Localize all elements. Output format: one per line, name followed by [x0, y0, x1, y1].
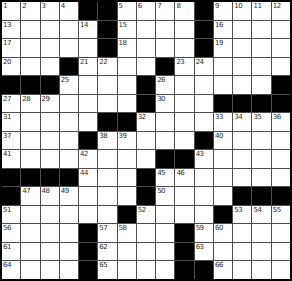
- cell-r3c12[interactable]: 19: [214, 39, 232, 57]
- cell-r2c2[interactable]: [21, 21, 39, 39]
- cell-r2c10[interactable]: [175, 21, 193, 39]
- clue-number: 23: [176, 58, 184, 66]
- clue-number: 28: [22, 95, 30, 103]
- black-cell-r3c11: [195, 39, 213, 57]
- cell-r14c8[interactable]: [137, 243, 155, 261]
- cell-r11c7[interactable]: [118, 187, 136, 205]
- clue-number: 21: [80, 58, 88, 66]
- cell-r7c8[interactable]: 32: [137, 113, 155, 131]
- clue-number: 2: [22, 2, 26, 10]
- clue-number: 9: [215, 2, 219, 10]
- cell-r13c3[interactable]: [41, 224, 59, 242]
- cell-r7c14[interactable]: 35: [252, 113, 270, 131]
- cell-r15c14[interactable]: [252, 261, 270, 279]
- cell-r15c1[interactable]: 64: [2, 261, 20, 279]
- cell-r5c7[interactable]: [118, 76, 136, 94]
- cell-r10c14[interactable]: [252, 169, 270, 187]
- clue-number: 30: [157, 95, 165, 103]
- cell-r12c11[interactable]: [195, 206, 213, 224]
- cell-r6c5[interactable]: [79, 95, 97, 113]
- black-cell-r6c12: [214, 95, 232, 113]
- cell-r14c7[interactable]: [118, 243, 136, 261]
- cell-r12c3[interactable]: [41, 206, 59, 224]
- black-cell-r7c6: [98, 113, 116, 131]
- black-cell-r13c10: [175, 224, 193, 242]
- clue-number: 35: [253, 113, 261, 121]
- cell-r14c9[interactable]: [156, 243, 174, 261]
- cell-r3c4[interactable]: [60, 39, 78, 57]
- cell-r15c9[interactable]: [156, 261, 174, 279]
- cell-r9c15[interactable]: [272, 150, 290, 168]
- clue-number: 60: [215, 224, 223, 232]
- cell-r11c11[interactable]: [195, 187, 213, 205]
- cell-r1c3[interactable]: 3: [41, 2, 59, 20]
- cell-r12c5[interactable]: [79, 206, 97, 224]
- clue-number: 14: [80, 21, 88, 29]
- black-cell-r9c9: [156, 150, 174, 168]
- cell-r4c6[interactable]: 22: [98, 58, 116, 76]
- cell-r6c10[interactable]: [175, 95, 193, 113]
- clue-number: 48: [42, 187, 50, 195]
- cell-r4c3[interactable]: [41, 58, 59, 76]
- cell-r12c4[interactable]: [60, 206, 78, 224]
- clue-number: 52: [138, 206, 146, 214]
- cell-r1c9[interactable]: 7: [156, 2, 174, 20]
- clue-number: 7: [157, 2, 161, 10]
- clue-number: 17: [3, 39, 11, 47]
- cell-r8c15[interactable]: [272, 132, 290, 150]
- clue-number: 16: [215, 21, 223, 29]
- black-cell-r5c2: [21, 76, 39, 94]
- cell-r2c8[interactable]: [137, 21, 155, 39]
- cell-r15c15[interactable]: [272, 261, 290, 279]
- cell-r9c6[interactable]: [98, 150, 116, 168]
- black-cell-r8c11: [195, 132, 213, 150]
- cell-r9c14[interactable]: [252, 150, 270, 168]
- clue-number: 22: [99, 58, 107, 66]
- clue-number: 62: [99, 243, 107, 251]
- cell-r3c1[interactable]: 17: [2, 39, 20, 57]
- cell-r8c10[interactable]: [175, 132, 193, 150]
- clue-number: 40: [215, 132, 223, 140]
- cell-r11c12[interactable]: [214, 187, 232, 205]
- cell-r15c2[interactable]: [21, 261, 39, 279]
- cell-r13c6[interactable]: 57: [98, 224, 116, 242]
- cell-r14c14[interactable]: [252, 243, 270, 261]
- cell-r10c11[interactable]: [195, 169, 213, 187]
- cell-r4c8[interactable]: [137, 58, 155, 76]
- cell-r8c12[interactable]: 40: [214, 132, 232, 150]
- cell-r1c10[interactable]: 8: [175, 2, 193, 20]
- cell-r7c12[interactable]: 33: [214, 113, 232, 131]
- cell-r14c1[interactable]: 61: [2, 243, 20, 261]
- cell-r13c4[interactable]: [60, 224, 78, 242]
- cell-r8c13[interactable]: [233, 132, 251, 150]
- cell-r5c14[interactable]: [252, 76, 270, 94]
- clue-number: 5: [119, 2, 123, 10]
- black-cell-r11c15: [272, 187, 290, 205]
- cell-r15c7[interactable]: [118, 261, 136, 279]
- cell-r9c13[interactable]: [233, 150, 251, 168]
- cell-r4c10[interactable]: 23: [175, 58, 193, 76]
- cell-r1c14[interactable]: 11: [252, 2, 270, 20]
- cell-r3c2[interactable]: [21, 39, 39, 57]
- cell-r13c7[interactable]: 58: [118, 224, 136, 242]
- cell-r2c5[interactable]: 14: [79, 21, 97, 39]
- cell-r6c7[interactable]: [118, 95, 136, 113]
- clue-number: 46: [176, 169, 184, 177]
- cell-r8c8[interactable]: [137, 132, 155, 150]
- cell-r2c12[interactable]: 16: [214, 21, 232, 39]
- cell-r2c14[interactable]: [252, 21, 270, 39]
- clue-number: 38: [99, 132, 107, 140]
- cell-r8c1[interactable]: 37: [2, 132, 20, 150]
- clue-number: 3: [42, 2, 46, 10]
- cell-r3c9[interactable]: [156, 39, 174, 57]
- clue-number: 57: [99, 224, 107, 232]
- cell-r1c8[interactable]: 6: [137, 2, 155, 20]
- clue-number: 4: [61, 2, 65, 10]
- cell-r5c6[interactable]: [98, 76, 116, 94]
- black-cell-r10c3: [41, 169, 59, 187]
- clue-number: 8: [176, 2, 180, 10]
- cell-r5c9[interactable]: 26: [156, 76, 174, 94]
- cell-r13c2[interactable]: [21, 224, 39, 242]
- cell-r8c9[interactable]: [156, 132, 174, 150]
- cell-r10c12[interactable]: [214, 169, 232, 187]
- cell-r2c9[interactable]: [156, 21, 174, 39]
- cell-r5c5[interactable]: [79, 76, 97, 94]
- cell-r4c15[interactable]: [272, 58, 290, 76]
- clue-number: 66: [215, 261, 223, 269]
- cell-r5c13[interactable]: [233, 76, 251, 94]
- black-cell-r5c3: [41, 76, 59, 94]
- black-cell-r15c5: [79, 261, 97, 279]
- cell-r13c14[interactable]: [252, 224, 270, 242]
- cell-r4c5[interactable]: 21: [79, 58, 97, 76]
- cell-r12c6[interactable]: [98, 206, 116, 224]
- cell-r7c15[interactable]: 36: [272, 113, 290, 131]
- clue-number: 39: [119, 132, 127, 140]
- cell-r13c12[interactable]: 60: [214, 224, 232, 242]
- black-cell-r6c14: [252, 95, 270, 113]
- cell-r10c9[interactable]: 45: [156, 169, 174, 187]
- cell-r4c11[interactable]: 24: [195, 58, 213, 76]
- cell-r3c14[interactable]: [252, 39, 270, 57]
- cell-r4c12[interactable]: [214, 58, 232, 76]
- cell-r10c15[interactable]: [272, 169, 290, 187]
- cell-r6c11[interactable]: [195, 95, 213, 113]
- cell-r14c13[interactable]: [233, 243, 251, 261]
- cell-r12c8[interactable]: 52: [137, 206, 155, 224]
- clue-number: 33: [215, 113, 223, 121]
- black-cell-r4c4: [60, 58, 78, 76]
- black-cell-r1c6: [98, 2, 116, 20]
- cell-r11c4[interactable]: 49: [60, 187, 78, 205]
- cell-r15c3[interactable]: [41, 261, 59, 279]
- clue-number: 10: [234, 2, 242, 10]
- clue-number: 27: [3, 95, 11, 103]
- clue-number: 42: [80, 150, 88, 158]
- cell-r1c1[interactable]: 1: [2, 2, 20, 20]
- black-cell-r13c5: [79, 224, 97, 242]
- cell-r7c5[interactable]: [79, 113, 97, 131]
- cell-r8c4[interactable]: [60, 132, 78, 150]
- cell-r14c12[interactable]: [214, 243, 232, 261]
- cell-r9c2[interactable]: [21, 150, 39, 168]
- black-cell-r11c13: [233, 187, 251, 205]
- clue-number: 34: [234, 113, 242, 121]
- cell-r5c11[interactable]: [195, 76, 213, 94]
- cell-r8c6[interactable]: 38: [98, 132, 116, 150]
- cell-r2c4[interactable]: [60, 21, 78, 39]
- cell-r3c10[interactable]: [175, 39, 193, 57]
- cell-r2c13[interactable]: [233, 21, 251, 39]
- cell-r12c1[interactable]: 51: [2, 206, 20, 224]
- black-cell-r14c5: [79, 243, 97, 261]
- cell-r7c3[interactable]: [41, 113, 59, 131]
- cell-r13c8[interactable]: [137, 224, 155, 242]
- clue-number: 19: [215, 39, 223, 47]
- cell-r15c12[interactable]: 66: [214, 261, 232, 279]
- cell-r5c4[interactable]: 25: [60, 76, 78, 94]
- black-cell-r5c1: [2, 76, 20, 94]
- cell-r3c8[interactable]: [137, 39, 155, 57]
- black-cell-r10c2: [21, 169, 39, 187]
- clue-number: 43: [196, 150, 204, 158]
- clue-number: 32: [138, 113, 146, 121]
- cell-r2c15[interactable]: [272, 21, 290, 39]
- cell-r5c12[interactable]: [214, 76, 232, 94]
- clue-number: 53: [234, 206, 242, 214]
- cell-r3c5[interactable]: [79, 39, 97, 57]
- clue-number: 24: [196, 58, 204, 66]
- black-cell-r12c7: [118, 206, 136, 224]
- cell-r6c4[interactable]: [60, 95, 78, 113]
- black-cell-r6c13: [233, 95, 251, 113]
- cell-r4c7[interactable]: [118, 58, 136, 76]
- cell-r14c2[interactable]: [21, 243, 39, 261]
- clue-number: 61: [3, 243, 11, 251]
- black-cell-r5c8: [137, 76, 155, 94]
- cell-r7c2[interactable]: [21, 113, 39, 131]
- cell-r10c5[interactable]: 44: [79, 169, 97, 187]
- cell-r11c2[interactable]: 47: [21, 187, 39, 205]
- cell-r9c8[interactable]: [137, 150, 155, 168]
- cell-r9c4[interactable]: [60, 150, 78, 168]
- clue-number: 59: [196, 224, 204, 232]
- cell-r4c2[interactable]: [21, 58, 39, 76]
- clue-number: 47: [22, 187, 30, 195]
- cell-r9c1[interactable]: 41: [2, 150, 20, 168]
- cell-r8c14[interactable]: [252, 132, 270, 150]
- cell-r14c11[interactable]: 63: [195, 243, 213, 261]
- cell-r14c3[interactable]: [41, 243, 59, 261]
- cell-r12c15[interactable]: 55: [272, 206, 290, 224]
- cell-r12c2[interactable]: [21, 206, 39, 224]
- cell-r9c3[interactable]: [41, 150, 59, 168]
- clue-number: 56: [3, 224, 11, 232]
- cell-r3c7[interactable]: 18: [118, 39, 136, 57]
- cell-r4c13[interactable]: [233, 58, 251, 76]
- cell-r1c4[interactable]: 4: [60, 2, 78, 20]
- cell-r7c13[interactable]: 34: [233, 113, 251, 131]
- cell-r9c12[interactable]: [214, 150, 232, 168]
- clue-number: 37: [3, 132, 11, 140]
- black-cell-r8c5: [79, 132, 97, 150]
- cell-r13c15[interactable]: [272, 224, 290, 242]
- cell-r11c3[interactable]: 48: [41, 187, 59, 205]
- cell-r11c5[interactable]: [79, 187, 97, 205]
- clue-number: 36: [273, 113, 281, 121]
- cell-r7c10[interactable]: [175, 113, 193, 131]
- cell-r14c4[interactable]: [60, 243, 78, 261]
- black-cell-r1c5: [79, 2, 97, 20]
- clue-number: 1: [3, 2, 7, 10]
- cell-r1c12[interactable]: 9: [214, 2, 232, 20]
- cell-r1c15[interactable]: 12: [272, 2, 290, 20]
- clue-number: 58: [119, 224, 127, 232]
- black-cell-r10c4: [60, 169, 78, 187]
- cell-r6c1[interactable]: 27: [2, 95, 20, 113]
- cell-r15c4[interactable]: [60, 261, 78, 279]
- clue-number: 31: [3, 113, 11, 121]
- cell-r4c14[interactable]: [252, 58, 270, 76]
- clue-number: 51: [3, 206, 11, 214]
- black-cell-r15c10: [175, 261, 193, 279]
- black-cell-r14c10: [175, 243, 193, 261]
- cell-r9c11[interactable]: 43: [195, 150, 213, 168]
- black-cell-r11c8: [137, 187, 155, 205]
- clue-number: 55: [273, 206, 281, 214]
- cell-r14c15[interactable]: [272, 243, 290, 261]
- black-cell-r4c9: [156, 58, 174, 76]
- clue-number: 29: [42, 95, 50, 103]
- cell-r3c15[interactable]: [272, 39, 290, 57]
- clue-number: 65: [99, 261, 107, 269]
- cell-r13c1[interactable]: 56: [2, 224, 20, 242]
- cell-r5c10[interactable]: [175, 76, 193, 94]
- clue-number: 63: [196, 243, 204, 251]
- cell-r12c14[interactable]: 54: [252, 206, 270, 224]
- black-cell-r15c11: [195, 261, 213, 279]
- clue-number: 49: [61, 187, 69, 195]
- black-cell-r1c11: [195, 2, 213, 20]
- cell-r7c9[interactable]: [156, 113, 174, 131]
- cell-r6c2[interactable]: 28: [21, 95, 39, 113]
- black-cell-r5c15: [272, 76, 290, 94]
- clue-number: 44: [80, 169, 88, 177]
- clue-number: 15: [119, 21, 127, 29]
- cell-r9c7[interactable]: [118, 150, 136, 168]
- cell-r3c3[interactable]: [41, 39, 59, 57]
- black-cell-r6c8: [137, 95, 155, 113]
- clue-number: 18: [119, 39, 127, 47]
- cell-r1c7[interactable]: 5: [118, 2, 136, 20]
- cell-r14c6[interactable]: 62: [98, 243, 116, 261]
- clue-number: 6: [138, 2, 142, 10]
- black-cell-r2c11: [195, 21, 213, 39]
- clue-number: 41: [3, 150, 11, 158]
- cell-r12c13[interactable]: 53: [233, 206, 251, 224]
- cell-r15c8[interactable]: [137, 261, 155, 279]
- cell-r13c11[interactable]: 59: [195, 224, 213, 242]
- cell-r7c1[interactable]: 31: [2, 113, 20, 131]
- cell-r10c10[interactable]: 46: [175, 169, 193, 187]
- black-cell-r11c14: [252, 187, 270, 205]
- cell-r10c13[interactable]: [233, 169, 251, 187]
- clue-number: 45: [157, 169, 165, 177]
- black-cell-r7c7: [118, 113, 136, 131]
- black-cell-r2c6: [98, 21, 116, 39]
- clue-number: 50: [157, 187, 165, 195]
- cell-r6c6[interactable]: [98, 95, 116, 113]
- cell-r7c4[interactable]: [60, 113, 78, 131]
- clue-number: 26: [157, 76, 165, 84]
- clue-number: 12: [273, 2, 281, 10]
- clue-number: 25: [61, 76, 69, 84]
- cell-r12c9[interactable]: [156, 206, 174, 224]
- black-cell-r6c15: [272, 95, 290, 113]
- cell-r3c13[interactable]: [233, 39, 251, 57]
- cell-r8c7[interactable]: 39: [118, 132, 136, 150]
- cell-r2c3[interactable]: [41, 21, 59, 39]
- black-cell-r10c1: [2, 169, 20, 187]
- cell-r2c1[interactable]: 13: [2, 21, 20, 39]
- cell-r6c3[interactable]: 29: [41, 95, 59, 113]
- cell-r8c3[interactable]: [41, 132, 59, 150]
- black-cell-r3c6: [98, 39, 116, 57]
- clue-number: 64: [3, 261, 11, 269]
- cell-r13c9[interactable]: [156, 224, 174, 242]
- cell-r10c7[interactable]: [118, 169, 136, 187]
- black-cell-r10c8: [137, 169, 155, 187]
- cell-r6c9[interactable]: 30: [156, 95, 174, 113]
- cell-r11c6[interactable]: [98, 187, 116, 205]
- cell-r12c10[interactable]: [175, 206, 193, 224]
- clue-number: 11: [253, 2, 261, 10]
- cell-r15c6[interactable]: 65: [98, 261, 116, 279]
- cell-r7c11[interactable]: [195, 113, 213, 131]
- black-cell-r12c12: [214, 206, 232, 224]
- cell-r13c13[interactable]: [233, 224, 251, 242]
- cell-r9c5[interactable]: 42: [79, 150, 97, 168]
- cell-r10c6[interactable]: [98, 169, 116, 187]
- cell-r11c10[interactable]: [175, 187, 193, 205]
- cell-r8c2[interactable]: [21, 132, 39, 150]
- cell-r1c2[interactable]: 2: [21, 2, 39, 20]
- cell-r11c9[interactable]: 50: [156, 187, 174, 205]
- cell-r2c7[interactable]: 15: [118, 21, 136, 39]
- black-cell-r9c10: [175, 150, 193, 168]
- cell-r4c1[interactable]: 20: [2, 58, 20, 76]
- clue-number: 54: [253, 206, 261, 214]
- clue-number: 13: [3, 21, 11, 29]
- cell-r15c13[interactable]: [233, 261, 251, 279]
- crossword-grid: 1234567891011121314151617181920212223242…: [0, 0, 292, 281]
- black-cell-r11c1: [2, 187, 20, 205]
- clue-number: 20: [3, 58, 11, 66]
- cell-r1c13[interactable]: 10: [233, 2, 251, 20]
